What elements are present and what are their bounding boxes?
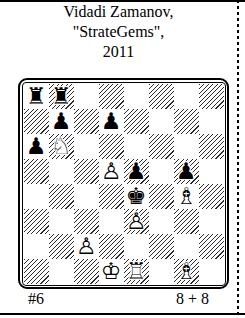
- black-king-piece: ♚: [124, 184, 149, 209]
- square-g3: [174, 209, 199, 234]
- square-e2: [124, 234, 149, 259]
- square-h1: [199, 259, 224, 284]
- year-line: 2011: [0, 42, 237, 62]
- black-rook-piece: ♜: [49, 84, 74, 109]
- square-h5: [199, 159, 224, 184]
- square-h3: [199, 209, 224, 234]
- square-c3: [74, 209, 99, 234]
- square-a1: [24, 259, 49, 284]
- square-e5: ♟: [124, 159, 149, 184]
- square-d6: [99, 134, 124, 159]
- square-a7: [24, 109, 49, 134]
- square-f3: [149, 209, 174, 234]
- material-count-label: 8 + 8: [176, 290, 209, 308]
- square-b1: [49, 259, 74, 284]
- square-h4: [199, 184, 224, 209]
- square-d3: [99, 209, 124, 234]
- square-a4: [24, 184, 49, 209]
- square-h8: [199, 84, 224, 109]
- stipulation-label: #6: [28, 290, 44, 308]
- board-squares: ♜♜♟♟♟♞♘♟♙♟♟♚♝♗♟♙♟♙♚♔♜♖♝♗: [24, 84, 224, 284]
- square-d4: [99, 184, 124, 209]
- square-c2: ♟♙: [74, 234, 99, 259]
- bottom-rule: [0, 313, 245, 315]
- square-h2: [199, 234, 224, 259]
- square-b2: [49, 234, 74, 259]
- square-c8: [74, 84, 99, 109]
- square-h7: [199, 109, 224, 134]
- author-line: Vidadi Zamanov,: [0, 2, 237, 22]
- white-rook-piece: ♖: [124, 259, 149, 284]
- white-bishop-piece: ♗: [174, 259, 199, 284]
- square-f6: [149, 134, 174, 159]
- square-h6: [199, 134, 224, 159]
- square-g8: [174, 84, 199, 109]
- white-pawn-piece: ♙: [99, 159, 124, 184]
- square-g1: ♝♗: [174, 259, 199, 284]
- white-bishop-piece: ♗: [174, 184, 199, 209]
- square-d7: ♟: [99, 109, 124, 134]
- white-king-piece: ♔: [99, 259, 124, 284]
- square-a3: [24, 209, 49, 234]
- square-f5: [149, 159, 174, 184]
- square-g6: [174, 134, 199, 159]
- problem-header: Vidadi Zamanov, "StrateGems", 2011: [0, 2, 237, 62]
- square-f8: [149, 84, 174, 109]
- square-f4: [149, 184, 174, 209]
- white-pawn-piece: ♙: [74, 234, 99, 259]
- square-f1: [149, 259, 174, 284]
- chess-board-inner-frame: ♜♜♟♟♟♞♘♟♙♟♟♚♝♗♟♙♟♙♚♔♜♖♝♗: [22, 82, 226, 286]
- chess-board: ♜♜♟♟♟♞♘♟♙♟♟♚♝♗♟♙♟♙♚♔♜♖♝♗: [18, 78, 229, 289]
- right-dashed-border: [237, 0, 239, 318]
- square-c5: [74, 159, 99, 184]
- square-b5: [49, 159, 74, 184]
- square-c4: [74, 184, 99, 209]
- square-b7: ♟: [49, 109, 74, 134]
- square-c6: [74, 134, 99, 159]
- square-d8: [99, 84, 124, 109]
- square-b6: ♞♘: [49, 134, 74, 159]
- square-e3: ♟♙: [124, 209, 149, 234]
- black-pawn-piece: ♟: [99, 109, 124, 134]
- square-c1: [74, 259, 99, 284]
- chess-problem-card: Vidadi Zamanov, "StrateGems", 2011 ♜♜♟♟♟…: [0, 0, 245, 318]
- white-pawn-piece: ♙: [124, 209, 149, 234]
- square-e4: ♚: [124, 184, 149, 209]
- square-d5: ♟♙: [99, 159, 124, 184]
- white-knight-piece: ♘: [49, 134, 74, 159]
- square-d1: ♚♔: [99, 259, 124, 284]
- square-e8: [124, 84, 149, 109]
- source-line: "StrateGems",: [0, 22, 237, 42]
- black-pawn-piece: ♟: [24, 134, 49, 159]
- square-f7: [149, 109, 174, 134]
- black-rook-piece: ♜: [24, 84, 49, 109]
- square-a2: [24, 234, 49, 259]
- square-e1: ♜♖: [124, 259, 149, 284]
- square-g4: ♝♗: [174, 184, 199, 209]
- square-d2: [99, 234, 124, 259]
- black-pawn-piece: ♟: [124, 159, 149, 184]
- square-a6: ♟: [24, 134, 49, 159]
- square-b4: [49, 184, 74, 209]
- square-f2: [149, 234, 174, 259]
- square-g5: ♟: [174, 159, 199, 184]
- black-pawn-piece: ♟: [49, 109, 74, 134]
- square-e6: [124, 134, 149, 159]
- square-g2: [174, 234, 199, 259]
- square-a5: [24, 159, 49, 184]
- square-c7: [74, 109, 99, 134]
- square-b3: [49, 209, 74, 234]
- caption-row: #6 8 + 8: [0, 290, 237, 308]
- square-b8: ♜: [49, 84, 74, 109]
- black-pawn-piece: ♟: [174, 159, 199, 184]
- square-e7: [124, 109, 149, 134]
- square-a8: ♜: [24, 84, 49, 109]
- square-g7: [174, 109, 199, 134]
